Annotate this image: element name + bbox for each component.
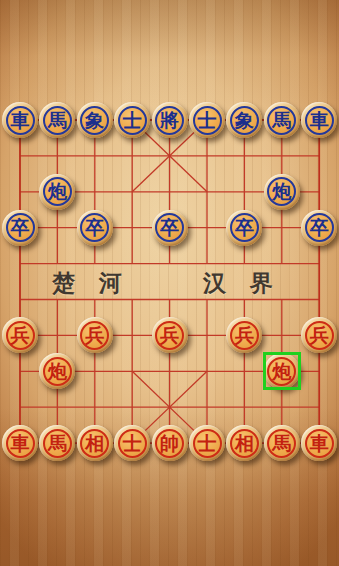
piece-rp[interactable]: 兵 <box>152 317 188 353</box>
piece-glyph: 卒 <box>155 213 184 242</box>
piece-glyph: 象 <box>80 106 109 135</box>
piece-re[interactable]: 相 <box>77 425 113 461</box>
piece-br[interactable]: 車 <box>301 102 337 138</box>
piece-rh[interactable]: 馬 <box>264 425 300 461</box>
piece-glyph: 馬 <box>43 429 72 458</box>
piece-rp[interactable]: 兵 <box>77 317 113 353</box>
piece-glyph: 兵 <box>6 321 35 350</box>
piece-glyph: 兵 <box>305 321 334 350</box>
piece-glyph: 士 <box>193 429 222 458</box>
piece-glyph: 士 <box>118 106 147 135</box>
piece-glyph: 象 <box>230 106 259 135</box>
piece-glyph: 兵 <box>230 321 259 350</box>
piece-be[interactable]: 象 <box>77 102 113 138</box>
piece-glyph: 車 <box>305 429 334 458</box>
board-grid <box>0 0 339 566</box>
piece-rc[interactable]: 炮 <box>264 353 300 389</box>
piece-glyph: 相 <box>80 429 109 458</box>
piece-glyph: 車 <box>6 106 35 135</box>
piece-bk[interactable]: 將 <box>152 102 188 138</box>
piece-bc[interactable]: 炮 <box>264 174 300 210</box>
piece-ba[interactable]: 士 <box>114 102 150 138</box>
piece-glyph: 將 <box>155 106 184 135</box>
piece-bp[interactable]: 卒 <box>2 210 38 246</box>
piece-glyph: 車 <box>6 429 35 458</box>
river-label-right: 汉 界 <box>203 268 282 299</box>
piece-bp[interactable]: 卒 <box>226 210 262 246</box>
piece-bp[interactable]: 卒 <box>152 210 188 246</box>
piece-glyph: 士 <box>193 106 222 135</box>
piece-glyph: 士 <box>118 429 147 458</box>
piece-glyph: 卒 <box>230 213 259 242</box>
river-label-left: 楚 河 <box>52 268 131 299</box>
game-screen: 楚 河 汉 界 車馬象士將士象馬車炮炮卒卒卒卒卒兵兵兵兵兵炮炮車馬相士帥士相馬車 <box>0 0 339 566</box>
piece-glyph: 兵 <box>155 321 184 350</box>
piece-rr[interactable]: 車 <box>2 425 38 461</box>
piece-glyph: 炮 <box>267 177 296 206</box>
piece-bp[interactable]: 卒 <box>301 210 337 246</box>
piece-bp[interactable]: 卒 <box>77 210 113 246</box>
piece-glyph: 馬 <box>43 106 72 135</box>
piece-glyph: 炮 <box>43 177 72 206</box>
piece-br[interactable]: 車 <box>2 102 38 138</box>
piece-glyph: 卒 <box>80 213 109 242</box>
piece-glyph: 兵 <box>80 321 109 350</box>
piece-glyph: 卒 <box>6 213 35 242</box>
piece-ba[interactable]: 士 <box>189 102 225 138</box>
piece-glyph: 馬 <box>267 106 296 135</box>
piece-ra[interactable]: 士 <box>189 425 225 461</box>
piece-glyph: 炮 <box>267 357 296 386</box>
piece-glyph: 卒 <box>305 213 334 242</box>
piece-bh[interactable]: 馬 <box>264 102 300 138</box>
piece-glyph: 相 <box>230 429 259 458</box>
piece-glyph: 炮 <box>43 357 72 386</box>
piece-glyph: 馬 <box>267 429 296 458</box>
piece-rk[interactable]: 帥 <box>152 425 188 461</box>
piece-bc[interactable]: 炮 <box>39 174 75 210</box>
piece-glyph: 車 <box>305 106 334 135</box>
piece-glyph: 帥 <box>155 429 184 458</box>
